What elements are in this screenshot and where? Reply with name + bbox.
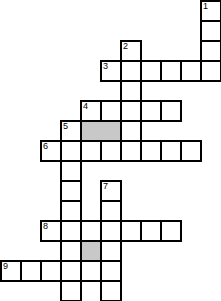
clue-number: 3 xyxy=(103,62,108,71)
grid-cell[interactable] xyxy=(40,260,62,282)
grid-cell[interactable] xyxy=(180,140,202,162)
clue-number: 8 xyxy=(43,222,48,231)
grid-cell[interactable]: 3 xyxy=(100,60,122,82)
grid-cell[interactable] xyxy=(120,80,142,102)
grid-cell[interactable] xyxy=(120,60,142,82)
grid-cell[interactable] xyxy=(20,260,42,282)
grid-cell[interactable] xyxy=(60,180,82,202)
clue-number: 4 xyxy=(83,102,88,111)
grid-cell[interactable]: 1 xyxy=(200,0,221,22)
crossword-grid: 123456789 xyxy=(0,0,221,301)
grid-cell[interactable]: 8 xyxy=(40,220,62,242)
clue-number: 7 xyxy=(103,182,108,191)
grid-cell[interactable] xyxy=(120,220,142,242)
shaded-cell[interactable] xyxy=(80,240,102,262)
grid-cell[interactable] xyxy=(60,220,82,242)
grid-cell[interactable]: 4 xyxy=(80,100,102,122)
grid-cell[interactable]: 2 xyxy=(120,40,142,62)
grid-cell[interactable] xyxy=(160,100,182,122)
grid-cell[interactable] xyxy=(100,200,122,222)
grid-cell[interactable] xyxy=(100,240,122,262)
grid-cell[interactable] xyxy=(200,40,221,62)
grid-cell[interactable] xyxy=(160,60,182,82)
grid-cell[interactable] xyxy=(140,60,162,82)
grid-cell[interactable] xyxy=(80,140,102,162)
clue-number: 9 xyxy=(3,262,8,271)
grid-cell[interactable] xyxy=(200,60,221,82)
grid-cell[interactable] xyxy=(60,200,82,222)
grid-cell[interactable] xyxy=(140,220,162,242)
grid-cell[interactable] xyxy=(60,260,82,282)
grid-cell[interactable] xyxy=(100,220,122,242)
clue-number: 2 xyxy=(123,42,128,51)
grid-cell[interactable] xyxy=(100,260,122,282)
clue-number: 5 xyxy=(63,122,68,131)
grid-cell[interactable] xyxy=(100,140,122,162)
grid-cell[interactable] xyxy=(120,120,142,142)
grid-cell[interactable] xyxy=(140,140,162,162)
grid-cell[interactable] xyxy=(120,100,142,122)
grid-cell[interactable] xyxy=(80,220,102,242)
grid-cell[interactable] xyxy=(140,100,162,122)
clue-number: 1 xyxy=(203,2,208,11)
grid-cell[interactable] xyxy=(120,140,142,162)
grid-cell[interactable] xyxy=(80,260,102,282)
grid-cell[interactable] xyxy=(60,280,82,301)
grid-cell[interactable] xyxy=(100,100,122,122)
clue-number: 6 xyxy=(43,142,48,151)
grid-cell[interactable] xyxy=(160,140,182,162)
grid-cell[interactable] xyxy=(60,240,82,262)
grid-cell[interactable] xyxy=(100,280,122,301)
grid-cell[interactable]: 7 xyxy=(100,180,122,202)
grid-cell[interactable] xyxy=(180,60,202,82)
grid-cell[interactable] xyxy=(160,220,182,242)
grid-cell[interactable] xyxy=(200,20,221,42)
grid-cell[interactable] xyxy=(60,140,82,162)
grid-cell[interactable] xyxy=(60,160,82,182)
grid-cell[interactable]: 5 xyxy=(60,120,82,142)
grid-cell[interactable]: 9 xyxy=(0,260,22,282)
grid-cell[interactable]: 6 xyxy=(40,140,62,162)
shaded-cell[interactable] xyxy=(80,120,122,142)
